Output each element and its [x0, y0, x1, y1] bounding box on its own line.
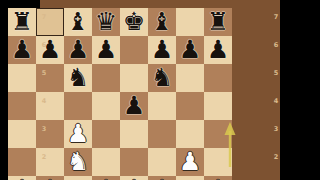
- piece-black-king[interactable]: ♚: [120, 8, 148, 36]
- square-h4[interactable]: [204, 120, 232, 148]
- piece-black-rook[interactable]: ♜: [8, 8, 36, 36]
- square-g8[interactable]: [176, 8, 204, 36]
- square-h2[interactable]: ♟: [204, 176, 232, 180]
- square-f2[interactable]: ♟: [148, 176, 176, 180]
- piece-white-pawn[interactable]: ♟: [92, 176, 120, 180]
- piece-black-pawn[interactable]: ♟: [8, 36, 36, 64]
- rank-label-right-5: 5: [272, 70, 280, 77]
- square-a4[interactable]: [8, 120, 36, 148]
- piece-white-pawn[interactable]: ♟: [36, 176, 64, 180]
- square-c3[interactable]: ♞: [64, 148, 92, 176]
- square-c8[interactable]: ♝: [64, 8, 92, 36]
- rank-label-right-2: 2: [272, 154, 280, 161]
- rank-label-right-3: 3: [272, 126, 280, 133]
- square-b8[interactable]: [36, 8, 64, 36]
- square-f6[interactable]: ♞: [148, 64, 176, 92]
- rank-label-left-6: 6: [40, 42, 48, 49]
- square-g2[interactable]: [176, 176, 204, 180]
- square-c5[interactable]: [64, 92, 92, 120]
- square-c7[interactable]: ♟: [64, 36, 92, 64]
- piece-white-knight[interactable]: ♞: [64, 148, 92, 176]
- square-d2[interactable]: ♟: [92, 176, 120, 180]
- highlighted-square-outline: [36, 8, 64, 36]
- square-d4[interactable]: [92, 120, 120, 148]
- square-h3[interactable]: [204, 148, 232, 176]
- piece-white-pawn[interactable]: ♟: [176, 148, 204, 176]
- square-b5[interactable]: [36, 92, 64, 120]
- square-c4[interactable]: ♟: [64, 120, 92, 148]
- square-h8[interactable]: ♜: [204, 8, 232, 36]
- piece-black-pawn[interactable]: ♟: [148, 36, 176, 64]
- square-a3[interactable]: [8, 148, 36, 176]
- square-f3[interactable]: [148, 148, 176, 176]
- square-a7[interactable]: ♟: [8, 36, 36, 64]
- square-b7[interactable]: ♟: [36, 36, 64, 64]
- square-b4[interactable]: [36, 120, 64, 148]
- square-g3[interactable]: ♟: [176, 148, 204, 176]
- piece-white-pawn[interactable]: ♟: [148, 176, 176, 180]
- square-e4[interactable]: [120, 120, 148, 148]
- piece-black-pawn[interactable]: ♟: [204, 36, 232, 64]
- piece-black-rook[interactable]: ♜: [204, 8, 232, 36]
- square-d5[interactable]: [92, 92, 120, 120]
- piece-black-pawn[interactable]: ♟: [120, 92, 148, 120]
- piece-black-queen[interactable]: ♛: [92, 8, 120, 36]
- chess-app-stage: 1122334455667788 ♜♝♛♚♝♜♟♟♟♟♟♟♟♞♞♟♟♞♟♟♟♟♟…: [0, 0, 320, 180]
- piece-white-pawn[interactable]: ♟: [204, 176, 232, 180]
- square-f7[interactable]: ♟: [148, 36, 176, 64]
- piece-black-pawn[interactable]: ♟: [176, 36, 204, 64]
- piece-black-knight[interactable]: ♞: [148, 64, 176, 92]
- square-a8[interactable]: ♜: [8, 8, 36, 36]
- square-d7[interactable]: ♟: [92, 36, 120, 64]
- rank-label-left-7: 7: [40, 14, 48, 21]
- square-e8[interactable]: ♚: [120, 8, 148, 36]
- rank-label-left-2: 2: [40, 154, 48, 161]
- square-c6[interactable]: ♞: [64, 64, 92, 92]
- piece-black-pawn[interactable]: ♟: [36, 36, 64, 64]
- square-d8[interactable]: ♛: [92, 8, 120, 36]
- square-e6[interactable]: [120, 64, 148, 92]
- square-b6[interactable]: [36, 64, 64, 92]
- square-a5[interactable]: [8, 92, 36, 120]
- piece-black-bishop[interactable]: ♝: [148, 8, 176, 36]
- square-a2[interactable]: ♟: [8, 176, 36, 180]
- square-b2[interactable]: ♟: [36, 176, 64, 180]
- square-b3[interactable]: [36, 148, 64, 176]
- square-h6[interactable]: [204, 64, 232, 92]
- piece-white-pawn[interactable]: ♟: [64, 120, 92, 148]
- piece-black-knight[interactable]: ♞: [64, 64, 92, 92]
- rank-label-right-7: 7: [272, 14, 280, 21]
- square-g6[interactable]: [176, 64, 204, 92]
- rank-label-right-6: 6: [272, 42, 280, 49]
- square-e3[interactable]: [120, 148, 148, 176]
- square-g7[interactable]: ♟: [176, 36, 204, 64]
- square-f8[interactable]: ♝: [148, 8, 176, 36]
- square-g5[interactable]: [176, 92, 204, 120]
- square-a6[interactable]: [8, 64, 36, 92]
- rank-label-left-3: 3: [40, 126, 48, 133]
- piece-black-pawn[interactable]: ♟: [64, 36, 92, 64]
- piece-white-pawn[interactable]: ♟: [8, 176, 36, 180]
- square-e5[interactable]: ♟: [120, 92, 148, 120]
- square-c2[interactable]: [64, 176, 92, 180]
- square-f4[interactable]: [148, 120, 176, 148]
- square-e7[interactable]: [120, 36, 148, 64]
- rank-label-left-4: 4: [40, 98, 48, 105]
- square-h7[interactable]: ♟: [204, 36, 232, 64]
- piece-black-bishop[interactable]: ♝: [64, 8, 92, 36]
- square-e2[interactable]: ♟: [120, 176, 148, 180]
- square-h5[interactable]: [204, 92, 232, 120]
- piece-white-pawn[interactable]: ♟: [120, 176, 148, 180]
- square-d6[interactable]: [92, 64, 120, 92]
- square-d3[interactable]: [92, 148, 120, 176]
- rank-label-right-4: 4: [272, 98, 280, 105]
- rank-label-left-5: 5: [40, 70, 48, 77]
- square-g4[interactable]: [176, 120, 204, 148]
- piece-black-pawn[interactable]: ♟: [92, 36, 120, 64]
- square-f5[interactable]: [148, 92, 176, 120]
